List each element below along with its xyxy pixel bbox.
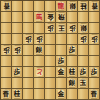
board-cell-r5-c2[interactable]: 歩 — [12, 45, 23, 56]
board-cell-r9-c1[interactable]: 香 — [1, 89, 12, 100]
shogi-piece-sente-桂[interactable]: 桂 — [13, 89, 22, 99]
board-cell-r6-c5[interactable] — [45, 56, 56, 67]
board-cell-r4-c9[interactable]: 歩 — [89, 34, 100, 45]
board-cell-r8-c3[interactable] — [23, 78, 34, 89]
board-cell-r3-c4[interactable] — [34, 23, 45, 34]
board-cell-r1-c2[interactable] — [12, 1, 23, 12]
board-cell-r1-c3[interactable] — [23, 1, 34, 12]
board-cell-r8-c4[interactable] — [34, 78, 45, 89]
board-cell-r7-c6[interactable]: 金 — [56, 67, 67, 78]
board-cell-r8-c8[interactable]: 玉 — [78, 78, 89, 89]
board-cell-r8-c2[interactable] — [12, 78, 23, 89]
shogi-board: 香龍銀桂香馬金飛歩王歩銀歩歩歩歩歩歩銀歩歩歩と金桂歩歩銀玉香桂金香 — [0, 0, 100, 100]
board-cell-r8-c7[interactable]: 銀 — [67, 78, 78, 89]
board-cell-r2-c6[interactable]: 飛 — [56, 12, 67, 23]
shogi-piece-gote-歩[interactable]: 歩 — [35, 34, 44, 44]
shogi-piece-sente-歩[interactable]: 歩 — [57, 56, 66, 66]
board-cell-r5-c3[interactable] — [23, 45, 34, 56]
board-cell-r2-c2[interactable] — [12, 12, 23, 23]
shogi-piece-gote-歩[interactable]: 歩 — [46, 23, 55, 33]
board-cell-r7-c8[interactable]: 歩 — [78, 67, 89, 78]
board-cell-r9-c4[interactable] — [34, 89, 45, 100]
board-cell-r8-c1[interactable] — [1, 78, 12, 89]
board-cell-r2-c5[interactable]: 金 — [45, 12, 56, 23]
board-cell-r9-c2[interactable]: 桂 — [12, 89, 23, 100]
shogi-app: 香龍銀桂香馬金飛歩王歩銀歩歩歩歩歩歩銀歩歩歩と金桂歩歩銀玉香桂金香 — [0, 0, 100, 100]
board-cell-r6-c9[interactable] — [89, 56, 100, 67]
board-cell-r7-c1[interactable] — [1, 67, 12, 78]
board-cell-r3-c9[interactable] — [89, 23, 100, 34]
shogi-piece-gote-歩[interactable]: 歩 — [90, 34, 99, 44]
board-cell-r9-c6[interactable]: 金 — [56, 89, 67, 100]
board-cell-r7-c9[interactable]: 歩 — [89, 67, 100, 78]
board-cell-r7-c7[interactable]: 桂 — [67, 67, 78, 78]
board-cell-r1-c4[interactable] — [34, 1, 45, 12]
shogi-piece-gote-と[interactable]: と — [35, 67, 44, 77]
shogi-piece-sente-歩[interactable]: 歩 — [79, 67, 88, 77]
board-cell-r8-c5[interactable] — [45, 78, 56, 89]
board-cell-r9-c7[interactable] — [67, 89, 78, 100]
board-cell-r2-c9[interactable] — [89, 12, 100, 23]
board-cell-r4-c7[interactable] — [67, 34, 78, 45]
shogi-piece-gote-香[interactable]: 香 — [90, 1, 99, 11]
board-cell-r9-c3[interactable] — [23, 89, 34, 100]
board-cell-r4-c3[interactable]: 歩 — [23, 34, 34, 45]
shogi-piece-gote-歩[interactable]: 歩 — [24, 34, 33, 44]
shogi-piece-gote-銀[interactable]: 銀 — [68, 1, 77, 11]
board-cell-r3-c3[interactable] — [23, 23, 34, 34]
board-cell-r2-c3[interactable] — [23, 12, 34, 23]
board-cell-r1-c7[interactable]: 銀 — [67, 1, 78, 12]
shogi-piece-gote-歩[interactable]: 歩 — [13, 45, 22, 55]
shogi-piece-gote-香[interactable]: 香 — [2, 1, 11, 11]
board-cell-r4-c2[interactable] — [12, 34, 23, 45]
board-cell-r5-c1[interactable]: 歩 — [1, 45, 12, 56]
board-cell-r3-c5[interactable]: 歩 — [45, 23, 56, 34]
board-cell-r6-c3[interactable] — [23, 56, 34, 67]
board-cell-r1-c1[interactable]: 香 — [1, 1, 12, 12]
board-cell-r7-c5[interactable] — [45, 67, 56, 78]
board-cell-r7-c3[interactable] — [23, 67, 34, 78]
shogi-piece-gote-王[interactable]: 王 — [57, 23, 66, 33]
board-cell-r6-c7[interactable] — [67, 56, 78, 67]
board-cell-r3-c1[interactable] — [1, 23, 12, 34]
shogi-piece-sente-歩[interactable]: 歩 — [68, 45, 77, 55]
board-cell-r6-c2[interactable] — [12, 56, 23, 67]
shogi-piece-sente-龍[interactable]: 龍 — [57, 1, 66, 11]
board-cell-r1-c5[interactable] — [45, 1, 56, 12]
board-cell-r3-c6[interactable]: 王 — [56, 23, 67, 34]
shogi-piece-gote-飛[interactable]: 飛 — [57, 12, 66, 22]
board-cell-r6-c1[interactable] — [1, 56, 12, 67]
shogi-piece-gote-歩[interactable]: 歩 — [68, 23, 77, 33]
board-cell-r2-c1[interactable] — [1, 12, 12, 23]
shogi-piece-sente-銀[interactable]: 銀 — [68, 78, 77, 88]
board-cell-r6-c4[interactable] — [34, 56, 45, 67]
shogi-piece-gote-桂[interactable]: 桂 — [79, 1, 88, 11]
shogi-piece-sente-歩[interactable]: 歩 — [13, 67, 22, 77]
board-cell-r3-c8[interactable]: 銀 — [78, 23, 89, 34]
board-cell-r5-c8[interactable] — [78, 45, 89, 56]
board-cell-r1-c8[interactable]: 桂 — [78, 1, 89, 12]
shogi-piece-gote-金[interactable]: 金 — [46, 12, 55, 22]
board-cell-r3-c7[interactable]: 歩 — [67, 23, 78, 34]
shogi-piece-sente-玉[interactable]: 玉 — [79, 78, 88, 88]
board-cell-r5-c5[interactable] — [45, 45, 56, 56]
board-cell-r3-c2[interactable] — [12, 23, 23, 34]
shogi-piece-sente-香[interactable]: 香 — [90, 89, 99, 99]
board-cell-r2-c7[interactable] — [67, 12, 78, 23]
shogi-piece-gote-歩[interactable]: 歩 — [2, 45, 11, 55]
shogi-piece-sente-香[interactable]: 香 — [2, 89, 11, 99]
board-cell-r7-c4[interactable]: と — [34, 67, 45, 78]
board-cell-r1-c9[interactable]: 香 — [89, 1, 100, 12]
shogi-piece-gote-歩[interactable]: 歩 — [79, 34, 88, 44]
shogi-piece-sente-金[interactable]: 金 — [57, 89, 66, 99]
board-cell-r4-c6[interactable] — [56, 34, 67, 45]
board-cell-r4-c8[interactable]: 歩 — [78, 34, 89, 45]
shogi-piece-sente-馬[interactable]: 馬 — [35, 12, 44, 22]
board-cell-r6-c6[interactable]: 歩 — [56, 56, 67, 67]
board-cell-r5-c6[interactable] — [56, 45, 67, 56]
board-cell-r5-c9[interactable] — [89, 45, 100, 56]
shogi-piece-sente-桂[interactable]: 桂 — [68, 67, 77, 77]
board-cell-r5-c4[interactable]: 銀 — [34, 45, 45, 56]
board-cell-r8-c6[interactable] — [56, 78, 67, 89]
board-cell-r6-c8[interactable] — [78, 56, 89, 67]
shogi-piece-sente-銀[interactable]: 銀 — [35, 45, 44, 55]
board-cell-r4-c4[interactable]: 歩 — [34, 34, 45, 45]
shogi-piece-gote-銀[interactable]: 銀 — [79, 23, 88, 33]
board-cell-r2-c4[interactable]: 馬 — [34, 12, 45, 23]
board-cell-r5-c7[interactable]: 歩 — [67, 45, 78, 56]
shogi-piece-sente-金[interactable]: 金 — [57, 67, 66, 77]
board-cell-r1-c6[interactable]: 龍 — [56, 1, 67, 12]
board-cell-r2-c8[interactable] — [78, 12, 89, 23]
board-cell-r9-c9[interactable]: 香 — [89, 89, 100, 100]
board-cell-r9-c5[interactable] — [45, 89, 56, 100]
board-cell-r9-c8[interactable] — [78, 89, 89, 100]
shogi-piece-sente-歩[interactable]: 歩 — [90, 67, 99, 77]
board-cell-r8-c9[interactable] — [89, 78, 100, 89]
board-cell-r7-c2[interactable]: 歩 — [12, 67, 23, 78]
board-cell-r4-c5[interactable] — [45, 34, 56, 45]
board-cell-r4-c1[interactable] — [1, 34, 12, 45]
